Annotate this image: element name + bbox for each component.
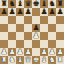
black-pawn-icon[interactable]: ♟	[57, 8, 64, 16]
white-rook-icon[interactable]: ♜	[57, 56, 64, 64]
square-d3[interactable]	[24, 40, 32, 48]
square-f7[interactable]: ♟	[40, 8, 48, 16]
square-d1[interactable]: ♛	[24, 56, 32, 64]
square-d7[interactable]: ♟	[24, 8, 32, 16]
square-e3[interactable]	[32, 40, 40, 48]
black-pawn-icon[interactable]: ♟	[1, 8, 8, 16]
square-e7[interactable]	[32, 8, 40, 16]
black-queen-icon[interactable]: ♛	[25, 0, 32, 8]
white-pawn-icon[interactable]: ♟	[57, 48, 64, 56]
black-pawn-icon[interactable]: ♟	[33, 24, 40, 32]
white-knight-icon[interactable]: ♞	[9, 56, 16, 64]
square-f4[interactable]	[40, 32, 48, 40]
square-b3[interactable]	[8, 40, 16, 48]
square-b6[interactable]	[8, 16, 16, 24]
square-c4[interactable]	[16, 32, 24, 40]
white-pawn-icon[interactable]: ♟	[49, 48, 56, 56]
square-c1[interactable]: ♝	[16, 56, 24, 64]
square-a2[interactable]: ♟	[0, 48, 8, 56]
black-rook-icon[interactable]: ♜	[57, 0, 64, 8]
black-bishop-icon[interactable]: ♝	[41, 0, 48, 8]
square-h6[interactable]	[56, 16, 64, 24]
square-c3[interactable]	[16, 40, 24, 48]
square-e4[interactable]: ♟	[32, 32, 40, 40]
black-knight-icon[interactable]: ♞	[49, 0, 56, 8]
square-c2[interactable]: ♟	[16, 48, 24, 56]
square-b1[interactable]: ♞	[8, 56, 16, 64]
white-pawn-icon[interactable]: ♟	[41, 48, 48, 56]
square-g7[interactable]: ♟	[48, 8, 56, 16]
square-d2[interactable]: ♟	[24, 48, 32, 56]
black-pawn-icon[interactable]: ♟	[49, 8, 56, 16]
square-d4[interactable]	[24, 32, 32, 40]
white-queen-icon[interactable]: ♛	[25, 56, 32, 64]
black-pawn-icon[interactable]: ♟	[9, 8, 16, 16]
white-pawn-icon[interactable]: ♟	[33, 32, 40, 40]
square-h7[interactable]: ♟	[56, 8, 64, 16]
square-a3[interactable]	[0, 40, 8, 48]
square-a6[interactable]	[0, 16, 8, 24]
square-b2[interactable]: ♟	[8, 48, 16, 56]
square-g1[interactable]: ♞	[48, 56, 56, 64]
square-e8[interactable]: ♚	[32, 0, 40, 8]
square-d5[interactable]	[24, 24, 32, 32]
square-g4[interactable]	[48, 32, 56, 40]
white-rook-icon[interactable]: ♜	[1, 56, 8, 64]
square-a4[interactable]	[0, 32, 8, 40]
black-rook-icon[interactable]: ♜	[1, 0, 8, 8]
square-g8[interactable]: ♞	[48, 0, 56, 8]
square-c8[interactable]: ♝	[16, 0, 24, 8]
square-a1[interactable]: ♜	[0, 56, 8, 64]
black-pawn-icon[interactable]: ♟	[25, 8, 32, 16]
white-pawn-icon[interactable]: ♟	[25, 48, 32, 56]
square-b8[interactable]: ♞	[8, 0, 16, 8]
square-d6[interactable]	[24, 16, 32, 24]
square-f3[interactable]	[40, 40, 48, 48]
black-pawn-icon[interactable]: ♟	[41, 8, 48, 16]
white-bishop-icon[interactable]: ♝	[17, 56, 24, 64]
square-a8[interactable]: ♜	[0, 0, 8, 8]
square-g6[interactable]	[48, 16, 56, 24]
white-knight-icon[interactable]: ♞	[49, 56, 56, 64]
square-d8[interactable]: ♛	[24, 0, 32, 8]
white-bishop-icon[interactable]: ♝	[41, 56, 48, 64]
black-king-icon[interactable]: ♚	[33, 0, 40, 8]
square-e2[interactable]	[32, 48, 40, 56]
white-king-icon[interactable]: ♚	[33, 56, 40, 64]
square-h4[interactable]	[56, 32, 64, 40]
white-pawn-icon[interactable]: ♟	[9, 48, 16, 56]
black-bishop-icon[interactable]: ♝	[17, 0, 24, 8]
square-f2[interactable]: ♟	[40, 48, 48, 56]
square-f8[interactable]: ♝	[40, 0, 48, 8]
square-h8[interactable]: ♜	[56, 0, 64, 8]
square-b7[interactable]: ♟	[8, 8, 16, 16]
chess-board: ♜♞♝♛♚♝♞♜♟♟♟♟♟♟♟♟♟♟♟♟♟♟♟♟♜♞♝♛♚♝♞♜	[0, 0, 64, 64]
square-h3[interactable]	[56, 40, 64, 48]
square-f5[interactable]	[40, 24, 48, 32]
square-a7[interactable]: ♟	[0, 8, 8, 16]
square-c7[interactable]: ♟	[16, 8, 24, 16]
square-g2[interactable]: ♟	[48, 48, 56, 56]
square-b4[interactable]	[8, 32, 16, 40]
black-pawn-icon[interactable]: ♟	[17, 8, 24, 16]
square-h5[interactable]	[56, 24, 64, 32]
square-e6[interactable]	[32, 16, 40, 24]
square-b5[interactable]	[8, 24, 16, 32]
square-f1[interactable]: ♝	[40, 56, 48, 64]
square-g3[interactable]	[48, 40, 56, 48]
black-knight-icon[interactable]: ♞	[9, 0, 16, 8]
square-c6[interactable]	[16, 16, 24, 24]
square-f6[interactable]	[40, 16, 48, 24]
white-pawn-icon[interactable]: ♟	[17, 48, 24, 56]
square-e5[interactable]: ♟	[32, 24, 40, 32]
square-h1[interactable]: ♜	[56, 56, 64, 64]
square-c5[interactable]	[16, 24, 24, 32]
square-h2[interactable]: ♟	[56, 48, 64, 56]
white-pawn-icon[interactable]: ♟	[1, 48, 8, 56]
square-a5[interactable]	[0, 24, 8, 32]
square-g5[interactable]	[48, 24, 56, 32]
square-e1[interactable]: ♚	[32, 56, 40, 64]
